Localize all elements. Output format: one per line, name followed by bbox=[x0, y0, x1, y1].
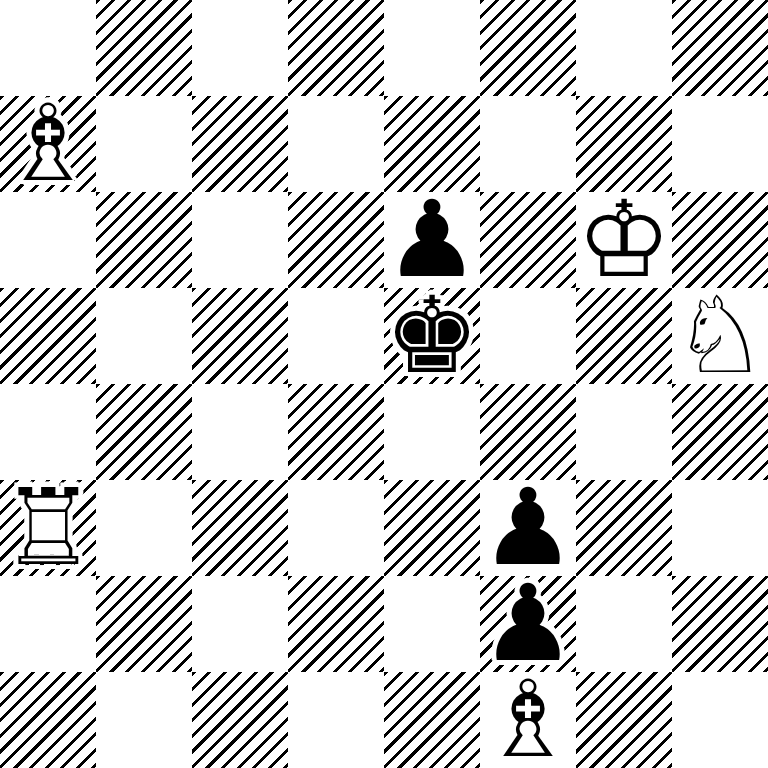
square-h1[interactable] bbox=[672, 672, 768, 768]
square-b2[interactable] bbox=[96, 576, 192, 672]
square-f8[interactable] bbox=[480, 0, 576, 96]
square-a1[interactable] bbox=[0, 672, 96, 768]
square-e2[interactable] bbox=[384, 576, 480, 672]
square-d2[interactable] bbox=[288, 576, 384, 672]
square-d8[interactable] bbox=[288, 0, 384, 96]
square-f7[interactable] bbox=[480, 96, 576, 192]
square-c6[interactable] bbox=[192, 192, 288, 288]
square-d4[interactable] bbox=[288, 384, 384, 480]
white-bishop[interactable]: ♝♗ bbox=[480, 672, 576, 768]
square-b8[interactable] bbox=[96, 0, 192, 96]
square-b4[interactable] bbox=[96, 384, 192, 480]
square-c8[interactable] bbox=[192, 0, 288, 96]
square-a7[interactable]: ♝♗ bbox=[0, 96, 96, 192]
square-e1[interactable] bbox=[384, 672, 480, 768]
white-king[interactable]: ♚♔ bbox=[576, 192, 672, 288]
square-g8[interactable] bbox=[576, 0, 672, 96]
white-knight[interactable]: ♞♘ bbox=[672, 288, 768, 384]
square-b5[interactable] bbox=[96, 288, 192, 384]
square-e4[interactable] bbox=[384, 384, 480, 480]
square-h8[interactable] bbox=[672, 0, 768, 96]
square-h4[interactable] bbox=[672, 384, 768, 480]
square-g3[interactable] bbox=[576, 480, 672, 576]
white-bishop[interactable]: ♝♗ bbox=[0, 96, 96, 192]
chess-board: ♝♗♟♟♚♔♚♚♞♘♜♖♟♟♟♟♝♗ bbox=[0, 0, 768, 768]
square-f1[interactable]: ♝♗ bbox=[480, 672, 576, 768]
square-a2[interactable] bbox=[0, 576, 96, 672]
square-c2[interactable] bbox=[192, 576, 288, 672]
square-h2[interactable] bbox=[672, 576, 768, 672]
square-d1[interactable] bbox=[288, 672, 384, 768]
square-c1[interactable] bbox=[192, 672, 288, 768]
square-c3[interactable] bbox=[192, 480, 288, 576]
white-bishop-glyph: ♗ bbox=[0, 96, 96, 192]
square-h3[interactable] bbox=[672, 480, 768, 576]
square-e3[interactable] bbox=[384, 480, 480, 576]
square-c7[interactable] bbox=[192, 96, 288, 192]
white-rook-glyph: ♖ bbox=[0, 480, 96, 576]
square-f5[interactable] bbox=[480, 288, 576, 384]
black-king-glyph: ♚ bbox=[384, 288, 480, 384]
square-d7[interactable] bbox=[288, 96, 384, 192]
square-a6[interactable] bbox=[0, 192, 96, 288]
white-king-glyph: ♔ bbox=[576, 192, 672, 288]
square-b7[interactable] bbox=[96, 96, 192, 192]
square-d5[interactable] bbox=[288, 288, 384, 384]
square-c4[interactable] bbox=[192, 384, 288, 480]
square-b1[interactable] bbox=[96, 672, 192, 768]
square-f6[interactable] bbox=[480, 192, 576, 288]
square-g2[interactable] bbox=[576, 576, 672, 672]
square-d3[interactable] bbox=[288, 480, 384, 576]
white-rook[interactable]: ♜♖ bbox=[0, 480, 96, 576]
square-g6[interactable]: ♚♔ bbox=[576, 192, 672, 288]
square-b6[interactable] bbox=[96, 192, 192, 288]
square-g5[interactable] bbox=[576, 288, 672, 384]
black-king[interactable]: ♚♚ bbox=[384, 288, 480, 384]
square-a3[interactable]: ♜♖ bbox=[0, 480, 96, 576]
square-c5[interactable] bbox=[192, 288, 288, 384]
square-e5[interactable]: ♚♚ bbox=[384, 288, 480, 384]
square-g1[interactable] bbox=[576, 672, 672, 768]
square-b3[interactable] bbox=[96, 480, 192, 576]
square-a5[interactable] bbox=[0, 288, 96, 384]
white-bishop-glyph: ♗ bbox=[480, 672, 576, 768]
square-e8[interactable] bbox=[384, 0, 480, 96]
square-d6[interactable] bbox=[288, 192, 384, 288]
square-h5[interactable]: ♞♘ bbox=[672, 288, 768, 384]
white-knight-glyph: ♘ bbox=[672, 288, 768, 384]
square-g4[interactable] bbox=[576, 384, 672, 480]
square-h7[interactable] bbox=[672, 96, 768, 192]
